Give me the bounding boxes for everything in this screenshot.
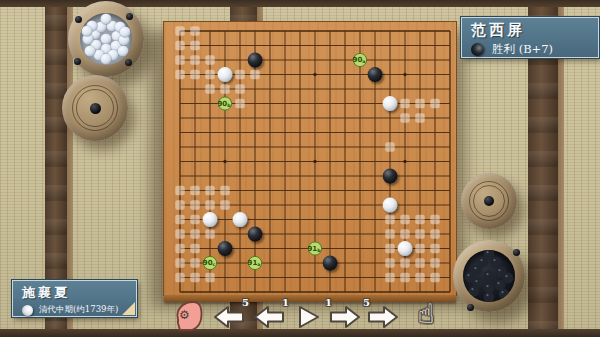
territory-marker bbox=[175, 186, 184, 195]
player-name-black: 范西屏 bbox=[471, 21, 589, 40]
territory-marker bbox=[205, 186, 214, 195]
black-stone bbox=[484, 271, 495, 282]
territory-marker bbox=[235, 99, 244, 108]
black-stone-icon bbox=[471, 43, 484, 56]
expand-corner-button[interactable] bbox=[122, 302, 135, 315]
arrow-right-icon bbox=[328, 304, 362, 330]
territory-marker bbox=[385, 229, 394, 238]
black-stone-on-lid bbox=[484, 196, 494, 206]
black-stone bbox=[503, 273, 514, 284]
territory-marker bbox=[175, 229, 184, 238]
arrow-right-icon bbox=[366, 304, 400, 330]
play-button[interactable] bbox=[294, 303, 322, 331]
black-stone bbox=[383, 169, 398, 184]
white-stone-bowl bbox=[68, 1, 144, 77]
result-text: 胜利 (B+7) bbox=[492, 42, 553, 57]
territory-marker bbox=[400, 258, 409, 267]
captured-black-stone bbox=[125, 59, 132, 66]
ai-hint-button[interactable]: ⚙ bbox=[172, 299, 206, 333]
hoshi-point bbox=[313, 73, 316, 76]
territory-marker bbox=[415, 258, 424, 267]
white-stone bbox=[100, 53, 111, 64]
black-stone-bowl bbox=[453, 240, 525, 312]
territory-marker bbox=[385, 215, 394, 224]
white-stone bbox=[84, 45, 95, 56]
white-stone-icon bbox=[22, 305, 33, 316]
white-stone bbox=[100, 33, 111, 44]
white-stone bbox=[100, 13, 111, 24]
territory-marker bbox=[385, 273, 394, 282]
black-stone bbox=[484, 292, 495, 302]
territory-marker bbox=[415, 244, 424, 253]
step-count-label: 5 bbox=[363, 297, 370, 308]
white-stone bbox=[398, 241, 413, 256]
territory-marker bbox=[175, 273, 184, 282]
territory-marker bbox=[190, 229, 199, 238]
territory-marker bbox=[190, 70, 199, 79]
territory-marker bbox=[235, 84, 244, 93]
territory-marker bbox=[430, 244, 439, 253]
territory-marker bbox=[400, 113, 409, 122]
territory-marker bbox=[415, 99, 424, 108]
hoshi-point bbox=[223, 160, 226, 163]
go-app-screen: 90a90b90c91a91b 范西屏 胜利 (B+7) bbox=[0, 0, 600, 337]
white-stone bbox=[218, 67, 233, 82]
captured-black-stone bbox=[75, 16, 82, 23]
forward-5-moves-button[interactable]: 5 bbox=[366, 304, 400, 330]
territory-marker bbox=[190, 200, 199, 209]
captured-black-stone bbox=[467, 304, 474, 311]
territory-marker bbox=[400, 215, 409, 224]
hand-cursor-button[interactable]: ☝ bbox=[408, 297, 444, 333]
go-board[interactable]: 90a90b90c91a91b bbox=[164, 22, 456, 295]
territory-marker bbox=[415, 229, 424, 238]
territory-marker bbox=[190, 41, 199, 50]
territory-marker bbox=[205, 200, 214, 209]
bowl-lid-white bbox=[62, 75, 128, 141]
black-stone bbox=[368, 67, 383, 82]
territory-marker bbox=[190, 55, 199, 64]
territory-marker bbox=[205, 84, 214, 93]
territory-marker bbox=[190, 186, 199, 195]
white-stone bbox=[383, 96, 398, 111]
territory-marker bbox=[385, 258, 394, 267]
gear-icon: ⚙ bbox=[179, 308, 190, 322]
black-stone bbox=[469, 286, 480, 297]
territory-marker bbox=[190, 258, 199, 267]
captured-white-slot bbox=[513, 249, 520, 256]
step-count-label: 5 bbox=[242, 297, 249, 308]
era-text: 清代中期(约1739年) bbox=[39, 304, 118, 316]
black-stone bbox=[218, 241, 233, 256]
black-stones-pile bbox=[463, 250, 515, 302]
bowl-lid-black bbox=[461, 173, 517, 229]
go-board-grid: 90a90b90c91a91b bbox=[164, 22, 456, 295]
black-stone bbox=[499, 289, 510, 300]
territory-marker bbox=[175, 41, 184, 50]
territory-marker bbox=[430, 273, 439, 282]
arrow-left-icon bbox=[252, 304, 286, 330]
player-name-white: 施襄夏 bbox=[22, 284, 127, 302]
territory-marker bbox=[205, 55, 214, 64]
territory-marker bbox=[385, 244, 394, 253]
black-stone bbox=[323, 256, 338, 271]
hoshi-point bbox=[403, 160, 406, 163]
territory-marker bbox=[175, 26, 184, 35]
white-stone bbox=[203, 212, 218, 227]
territory-marker bbox=[430, 258, 439, 267]
territory-marker bbox=[175, 244, 184, 253]
territory-marker bbox=[430, 99, 439, 108]
forward-1-move-button[interactable]: 1 bbox=[328, 304, 362, 330]
territory-marker bbox=[175, 70, 184, 79]
territory-marker bbox=[190, 273, 199, 282]
captured-black-stone bbox=[74, 58, 81, 65]
black-stone bbox=[248, 227, 263, 242]
step-count-label: 1 bbox=[282, 297, 289, 308]
white-stones-pile bbox=[80, 13, 132, 65]
white-stone bbox=[81, 25, 92, 36]
back-1-move-button[interactable]: 1 bbox=[252, 304, 286, 330]
territory-marker bbox=[415, 113, 424, 122]
territory-marker bbox=[175, 215, 184, 224]
territory-marker bbox=[385, 142, 394, 151]
white-stone bbox=[233, 212, 248, 227]
territory-marker bbox=[190, 215, 199, 224]
step-count-label: 1 bbox=[325, 297, 332, 308]
territory-marker bbox=[205, 273, 214, 282]
territory-marker bbox=[175, 258, 184, 267]
territory-marker bbox=[220, 186, 229, 195]
black-stone-on-lid bbox=[90, 103, 101, 114]
territory-marker bbox=[235, 70, 244, 79]
territory-marker bbox=[415, 215, 424, 224]
territory-marker bbox=[430, 229, 439, 238]
hoshi-point bbox=[403, 73, 406, 76]
territory-marker bbox=[190, 244, 199, 253]
white-stone bbox=[117, 45, 128, 56]
player-panel-white: 施襄夏 清代中期(约1739年) bbox=[12, 280, 137, 317]
territory-marker bbox=[400, 273, 409, 282]
territory-marker bbox=[400, 99, 409, 108]
territory-marker bbox=[175, 55, 184, 64]
territory-marker bbox=[190, 26, 199, 35]
black-stone bbox=[248, 53, 263, 68]
territory-marker bbox=[220, 84, 229, 93]
territory-marker bbox=[220, 200, 229, 209]
territory-marker bbox=[400, 229, 409, 238]
black-stone bbox=[465, 272, 476, 283]
player-panel-black: 范西屏 胜利 (B+7) bbox=[461, 17, 599, 58]
territory-marker bbox=[430, 215, 439, 224]
hoshi-point bbox=[313, 160, 316, 163]
white-stone bbox=[383, 198, 398, 213]
territory-marker bbox=[175, 200, 184, 209]
captured-black-stone bbox=[126, 13, 133, 20]
white-stone bbox=[119, 26, 130, 37]
territory-marker bbox=[205, 229, 214, 238]
arrow-left-icon bbox=[212, 304, 246, 330]
play-icon bbox=[294, 303, 322, 331]
territory-marker bbox=[250, 70, 259, 79]
territory-marker bbox=[205, 70, 214, 79]
back-5-moves-button[interactable]: 5 bbox=[212, 304, 246, 330]
territory-marker bbox=[415, 273, 424, 282]
